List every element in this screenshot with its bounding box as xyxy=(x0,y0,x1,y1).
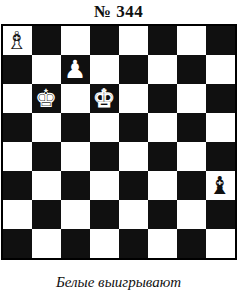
square-h5[interactable] xyxy=(206,113,235,142)
piece-white-king: ♚ xyxy=(35,84,57,113)
square-c7[interactable]: ♟ xyxy=(61,55,90,84)
square-c1[interactable] xyxy=(61,229,90,258)
square-d6[interactable]: ♚ xyxy=(90,84,119,113)
square-b2[interactable] xyxy=(32,200,61,229)
square-a4[interactable] xyxy=(3,142,32,171)
square-g1[interactable] xyxy=(177,229,206,258)
square-e8[interactable] xyxy=(119,26,148,55)
chess-board: ♗♟♚♚♝ xyxy=(3,26,235,258)
square-g7[interactable] xyxy=(177,55,206,84)
square-h4[interactable] xyxy=(206,142,235,171)
square-f2[interactable] xyxy=(148,200,177,229)
square-e4[interactable] xyxy=(119,142,148,171)
square-a6[interactable] xyxy=(3,84,32,113)
square-f5[interactable] xyxy=(148,113,177,142)
square-b6[interactable]: ♚ xyxy=(32,84,61,113)
problem-number: № 344 xyxy=(0,0,237,22)
square-d4[interactable] xyxy=(90,142,119,171)
square-e3[interactable] xyxy=(119,171,148,200)
square-a3[interactable] xyxy=(3,171,32,200)
square-c4[interactable] xyxy=(61,142,90,171)
square-d7[interactable] xyxy=(90,55,119,84)
square-c8[interactable] xyxy=(61,26,90,55)
square-b5[interactable] xyxy=(32,113,61,142)
square-b3[interactable] xyxy=(32,171,61,200)
square-g4[interactable] xyxy=(177,142,206,171)
square-d5[interactable] xyxy=(90,113,119,142)
square-c2[interactable] xyxy=(61,200,90,229)
square-h3[interactable]: ♝ xyxy=(206,171,235,200)
square-a2[interactable] xyxy=(3,200,32,229)
square-h2[interactable] xyxy=(206,200,235,229)
caption: Белые выигрывают xyxy=(0,273,237,291)
square-e6[interactable] xyxy=(119,84,148,113)
square-h8[interactable] xyxy=(206,26,235,55)
square-c6[interactable] xyxy=(61,84,90,113)
piece-white-pawn: ♟ xyxy=(64,55,86,84)
piece-black-bishop: ♝ xyxy=(209,171,231,200)
square-h7[interactable] xyxy=(206,55,235,84)
square-a1[interactable] xyxy=(3,229,32,258)
square-g2[interactable] xyxy=(177,200,206,229)
square-h1[interactable] xyxy=(206,229,235,258)
square-d8[interactable] xyxy=(90,26,119,55)
square-e5[interactable] xyxy=(119,113,148,142)
square-g3[interactable] xyxy=(177,171,206,200)
square-g5[interactable] xyxy=(177,113,206,142)
square-f4[interactable] xyxy=(148,142,177,171)
square-a8[interactable]: ♗ xyxy=(3,26,32,55)
piece-white-bishop: ♗ xyxy=(6,26,28,55)
piece-black-king: ♚ xyxy=(93,84,115,113)
square-g6[interactable] xyxy=(177,84,206,113)
square-d2[interactable] xyxy=(90,200,119,229)
square-f7[interactable] xyxy=(148,55,177,84)
square-a7[interactable] xyxy=(3,55,32,84)
square-e7[interactable] xyxy=(119,55,148,84)
square-b4[interactable] xyxy=(32,142,61,171)
square-c5[interactable] xyxy=(61,113,90,142)
square-e1[interactable] xyxy=(119,229,148,258)
board-frame: ♗♟♚♚♝ xyxy=(1,24,237,260)
square-a5[interactable] xyxy=(3,113,32,142)
square-h6[interactable] xyxy=(206,84,235,113)
square-g8[interactable] xyxy=(177,26,206,55)
square-b1[interactable] xyxy=(32,229,61,258)
square-f1[interactable] xyxy=(148,229,177,258)
square-c3[interactable] xyxy=(61,171,90,200)
square-b7[interactable] xyxy=(32,55,61,84)
square-f8[interactable] xyxy=(148,26,177,55)
square-d1[interactable] xyxy=(90,229,119,258)
square-e2[interactable] xyxy=(119,200,148,229)
square-f6[interactable] xyxy=(148,84,177,113)
square-f3[interactable] xyxy=(148,171,177,200)
square-b8[interactable] xyxy=(32,26,61,55)
square-d3[interactable] xyxy=(90,171,119,200)
